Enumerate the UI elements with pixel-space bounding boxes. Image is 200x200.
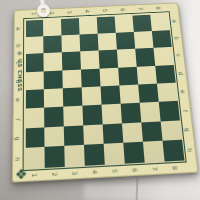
chess-board: 12345678 12345678 abcdefgh abcdefgh ® US…: [12, 2, 199, 182]
square-h5: [104, 143, 125, 164]
square-e5: [101, 85, 121, 105]
square-f4: [83, 105, 103, 125]
square-f5: [102, 104, 122, 124]
square-h6: [123, 142, 144, 163]
square-d2: [44, 70, 63, 89]
square-g4: [83, 124, 103, 145]
square-f7: [139, 102, 160, 122]
square-b1: [25, 36, 43, 54]
square-e1: [25, 89, 44, 109]
square-a8: [150, 14, 170, 31]
square-e8: [157, 83, 178, 102]
square-h7: [143, 141, 164, 162]
square-a2: [43, 19, 61, 37]
square-e2: [44, 88, 63, 108]
square-a7: [132, 14, 151, 31]
square-b5: [98, 33, 117, 51]
square-b4: [80, 34, 99, 52]
square-d6: [118, 66, 138, 85]
square-e3: [63, 87, 83, 107]
square-g1: [25, 127, 45, 148]
square-f3: [64, 106, 84, 126]
square-e7: [138, 84, 158, 103]
square-d3: [63, 69, 82, 88]
square-h2: [45, 146, 65, 167]
square-e6: [119, 85, 139, 105]
square-c1: [25, 53, 44, 72]
square-d4: [81, 68, 100, 87]
square-a6: [114, 15, 133, 33]
square-b3: [62, 34, 81, 52]
square-c7: [135, 48, 155, 66]
brand-logo-icon: ❖: [12, 166, 28, 182]
wall: 12345678 12345678 abcdefgh abcdefgh ® US…: [0, 0, 200, 200]
square-f2: [44, 107, 64, 127]
square-b2: [44, 35, 62, 53]
square-a3: [61, 18, 79, 36]
square-c4: [80, 51, 99, 70]
square-f1: [25, 108, 44, 128]
square-d1: [25, 71, 44, 90]
square-g3: [64, 125, 84, 146]
square-d5: [100, 67, 120, 86]
square-a4: [79, 17, 98, 35]
square-e4: [82, 86, 102, 106]
board-border: 12345678 12345678 abcdefgh abcdefgh ® US…: [12, 2, 199, 182]
square-g6: [122, 122, 143, 143]
square-c3: [62, 52, 81, 71]
square-b6: [116, 32, 135, 50]
square-g7: [141, 121, 162, 142]
square-c8: [153, 47, 173, 65]
square-a5: [97, 16, 116, 34]
square-c2: [44, 52, 63, 71]
square-f6: [121, 103, 142, 123]
square-d7: [136, 66, 156, 85]
brand-text: ® US CHESS: [14, 51, 22, 92]
square-g2: [45, 126, 65, 147]
square-a1: [26, 19, 44, 37]
square-b7: [134, 31, 154, 49]
square-c5: [99, 50, 118, 69]
square-f8: [158, 101, 179, 121]
square-g5: [103, 123, 124, 144]
push-pin-icon: [37, 4, 50, 17]
square-b8: [151, 30, 171, 48]
square-c6: [117, 49, 137, 67]
square-h3: [65, 145, 85, 166]
square-h8: [162, 140, 184, 161]
wall-light-band: [84, 184, 200, 200]
square-h4: [84, 144, 105, 165]
square-d8: [155, 65, 175, 84]
square-g8: [160, 120, 181, 141]
squares: [23, 11, 187, 171]
